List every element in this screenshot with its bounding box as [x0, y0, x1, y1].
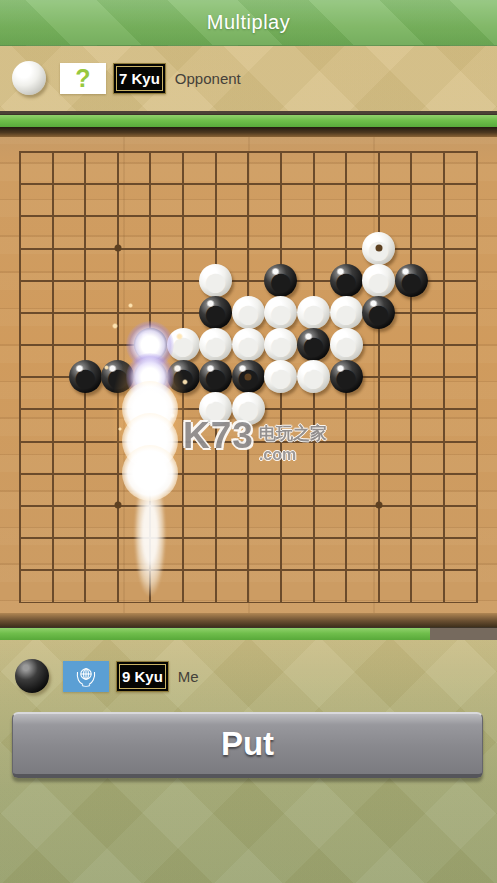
board-cell-5-12[interactable] — [167, 521, 200, 553]
question-mark-icon: ? — [75, 64, 90, 93]
white-stone: ● — [264, 296, 297, 329]
board-cell-2-8[interactable] — [69, 393, 102, 425]
board-cell-13-7[interactable] — [428, 361, 461, 393]
board-cell-14-14[interactable] — [460, 586, 493, 618]
board-cell-8-3[interactable] — [265, 232, 298, 264]
board-cell-3-4[interactable] — [102, 264, 135, 296]
board-cell-0-6[interactable] — [4, 328, 37, 360]
united-nations-flag-icon — [63, 661, 109, 692]
board-cell-1-2[interactable] — [36, 200, 69, 232]
board-cell-3-5[interactable] — [102, 296, 135, 328]
page-title: Multiplay — [207, 11, 290, 34]
board-cell-2-7[interactable]: ● — [69, 361, 102, 393]
board-cell-0-8[interactable] — [4, 393, 37, 425]
board-cell-11-9[interactable] — [362, 425, 395, 457]
board-cell-14-1[interactable] — [460, 168, 493, 200]
board-cell-14-13[interactable] — [460, 554, 493, 586]
board-cell-8-6[interactable]: ● — [265, 328, 298, 360]
board-cell-9-8[interactable] — [297, 393, 330, 425]
board-cell-13-14[interactable] — [428, 586, 461, 618]
title-bar: Multiplay — [0, 0, 497, 46]
board-cell-9-3[interactable] — [297, 232, 330, 264]
board-cell-1-4[interactable] — [36, 264, 69, 296]
board-cell-10-4[interactable]: ● — [330, 264, 363, 296]
board-cell-3-14[interactable] — [102, 586, 135, 618]
board-cell-14-3[interactable] — [460, 232, 493, 264]
black-stone: ● — [264, 264, 297, 297]
board-cell-9-5[interactable]: ● — [297, 296, 330, 328]
board-cell-8-7[interactable]: ● — [265, 361, 298, 393]
board-cell-6-13[interactable] — [199, 554, 232, 586]
board-cell-9-1[interactable] — [297, 168, 330, 200]
board-cell-0-0[interactable] — [4, 135, 37, 167]
board-cell-12-8[interactable] — [395, 393, 428, 425]
board-cell-4-1[interactable] — [134, 168, 167, 200]
board-cell-0-1[interactable] — [4, 168, 37, 200]
board-cell-8-11[interactable] — [265, 489, 298, 521]
white-stone: ● — [199, 264, 232, 297]
board-cell-13-11[interactable] — [428, 489, 461, 521]
board-cell-2-2[interactable] — [69, 200, 102, 232]
board-cell-3-2[interactable] — [102, 200, 135, 232]
board-cell-9-11[interactable] — [297, 489, 330, 521]
board-cell-0-3[interactable] — [4, 232, 37, 264]
board-cell-6-10[interactable] — [199, 457, 232, 489]
board-cell-12-6[interactable] — [395, 328, 428, 360]
board-cell-6-12[interactable] — [199, 521, 232, 553]
board-cell-10-2[interactable] — [330, 200, 363, 232]
black-stone: ● — [134, 457, 167, 490]
board-cell-12-4[interactable]: ● — [395, 264, 428, 296]
board-cell-5-1[interactable] — [167, 168, 200, 200]
board-cell-4-6[interactable]: ● — [134, 328, 167, 360]
board-cell-3-9[interactable] — [102, 425, 135, 457]
board-cell-10-11[interactable] — [330, 489, 363, 521]
board-cell-7-12[interactable] — [232, 521, 265, 553]
board-cell-1-9[interactable] — [36, 425, 69, 457]
board-cell-13-5[interactable] — [428, 296, 461, 328]
board-cell-4-8[interactable]: ● — [134, 393, 167, 425]
board-cell-14-8[interactable] — [460, 393, 493, 425]
board-cell-0-2[interactable] — [4, 200, 37, 232]
board-cell-8-8[interactable] — [265, 393, 298, 425]
board-cell-10-9[interactable] — [330, 425, 363, 457]
board-cell-3-1[interactable] — [102, 168, 135, 200]
board-cell-1-3[interactable] — [36, 232, 69, 264]
board-cell-8-14[interactable] — [265, 586, 298, 618]
board-cell-9-2[interactable] — [297, 200, 330, 232]
board-cell-5-3[interactable] — [167, 232, 200, 264]
board-cell-2-12[interactable] — [69, 521, 102, 553]
board-cell-2-5[interactable] — [69, 296, 102, 328]
board-cell-10-14[interactable] — [330, 586, 363, 618]
board-cell-7-2[interactable] — [232, 200, 265, 232]
board-cell-6-6[interactable]: ● — [199, 328, 232, 360]
star-point — [375, 502, 382, 509]
board-cell-13-3[interactable] — [428, 232, 461, 264]
board-cell-12-14[interactable] — [395, 586, 428, 618]
me-name: Me — [178, 668, 199, 685]
board-cell-11-1[interactable] — [362, 168, 395, 200]
board-cell-6-8[interactable]: ● — [199, 393, 232, 425]
board-cell-6-7[interactable]: ● — [199, 361, 232, 393]
board-cell-9-10[interactable] — [297, 457, 330, 489]
black-stone: ● — [330, 360, 363, 393]
board-cell-3-10[interactable] — [102, 457, 135, 489]
black-stone: ● — [330, 264, 363, 297]
board-cell-6-14[interactable] — [199, 586, 232, 618]
board-cell-14-12[interactable] — [460, 521, 493, 553]
board-cell-10-7[interactable]: ● — [330, 361, 363, 393]
board-cell-7-9[interactable] — [232, 425, 265, 457]
board-cell-10-10[interactable] — [330, 457, 363, 489]
board-cell-13-8[interactable] — [428, 393, 461, 425]
black-stone: ● — [167, 360, 200, 393]
board-cell-8-10[interactable] — [265, 457, 298, 489]
board-cell-13-1[interactable] — [428, 168, 461, 200]
board-cell-10-0[interactable] — [330, 135, 363, 167]
board-cell-8-4[interactable]: ● — [265, 264, 298, 296]
board-cell-3-7[interactable]: ● — [102, 361, 135, 393]
white-stone: ● — [232, 392, 265, 425]
board-cell-12-11[interactable] — [395, 489, 428, 521]
board-cell-7-4[interactable] — [232, 264, 265, 296]
white-stone: ● — [232, 328, 265, 361]
board-cell-4-5[interactable] — [134, 296, 167, 328]
gomoku-board: ●●●●●●●●●●●●●●●●●●●●●●●●●●●●●●●●● K73 电玩… — [0, 127, 497, 627]
white-stone: ● — [297, 296, 330, 329]
board-cell-3-0[interactable] — [102, 135, 135, 167]
board-cell-4-13[interactable] — [134, 554, 167, 586]
board-cell-5-10[interactable] — [167, 457, 200, 489]
board-cell-3-6[interactable] — [102, 328, 135, 360]
board-cell-4-7[interactable]: ● — [134, 361, 167, 393]
board-cell-0-12[interactable] — [4, 521, 37, 553]
board-cell-4-10[interactable]: ● — [134, 457, 167, 489]
white-stone: ● — [264, 360, 297, 393]
white-stone: ● — [297, 360, 330, 393]
board-cell-4-2[interactable] — [134, 200, 167, 232]
board-cell-14-7[interactable] — [460, 361, 493, 393]
board-cell-9-6[interactable]: ● — [297, 328, 330, 360]
board-cell-14-5[interactable] — [460, 296, 493, 328]
me-timer-fill — [0, 628, 430, 640]
opponent-row: ? 7 Kyu Opponent — [0, 45, 497, 111]
board-cell-10-3[interactable] — [330, 232, 363, 264]
board-cell-9-12[interactable] — [297, 521, 330, 553]
board-cell-1-0[interactable] — [36, 135, 69, 167]
board-cell-12-9[interactable] — [395, 425, 428, 457]
star-point — [114, 245, 121, 252]
board-cell-1-5[interactable] — [36, 296, 69, 328]
board-cell-6-9[interactable] — [199, 425, 232, 457]
board-cell-6-1[interactable] — [199, 168, 232, 200]
board-cell-7-14[interactable] — [232, 586, 265, 618]
board-cell-11-5[interactable]: ● — [362, 296, 395, 328]
board-cell-12-13[interactable] — [395, 554, 428, 586]
black-stone: ● — [134, 328, 167, 361]
board-cell-0-14[interactable] — [4, 586, 37, 618]
board-cell-3-13[interactable] — [102, 554, 135, 586]
board-cell-12-12[interactable] — [395, 521, 428, 553]
board-cell-5-14[interactable] — [167, 586, 200, 618]
board-cell-6-0[interactable] — [199, 135, 232, 167]
board-cell-12-3[interactable] — [395, 232, 428, 264]
black-stone: ● — [199, 296, 232, 329]
board-cell-8-2[interactable] — [265, 200, 298, 232]
board-cell-13-12[interactable] — [428, 521, 461, 553]
board-cell-11-6[interactable] — [362, 328, 395, 360]
board-cell-13-13[interactable] — [428, 554, 461, 586]
board-cell-12-0[interactable] — [395, 135, 428, 167]
black-stone: ● — [395, 264, 428, 297]
board-cell-1-11[interactable] — [36, 489, 69, 521]
star-point — [114, 502, 121, 509]
board-cell-10-8[interactable] — [330, 393, 363, 425]
board-cell-14-11[interactable] — [460, 489, 493, 521]
board-cell-9-9[interactable] — [297, 425, 330, 457]
board-cell-2-13[interactable] — [69, 554, 102, 586]
black-stone: ● — [199, 360, 232, 393]
board-cell-5-4[interactable] — [167, 264, 200, 296]
board-cell-1-14[interactable] — [36, 586, 69, 618]
board-cell-6-5[interactable]: ● — [199, 296, 232, 328]
me-stone-avatar — [15, 659, 49, 693]
board-cell-14-6[interactable] — [460, 328, 493, 360]
board-cell-4-12[interactable] — [134, 521, 167, 553]
black-stone: ● — [362, 296, 395, 329]
board-cell-9-4[interactable] — [297, 264, 330, 296]
board-cell-4-3[interactable] — [134, 232, 167, 264]
board-cell-5-13[interactable] — [167, 554, 200, 586]
board-cell-6-4[interactable]: ● — [199, 264, 232, 296]
board-cell-13-10[interactable] — [428, 457, 461, 489]
white-stone: ● — [362, 264, 395, 297]
opponent-name: Opponent — [175, 70, 241, 87]
board-cell-5-7[interactable]: ● — [167, 361, 200, 393]
white-stone: ● — [264, 328, 297, 361]
board-cell-4-4[interactable] — [134, 264, 167, 296]
board-cell-14-0[interactable] — [460, 135, 493, 167]
board-cell-14-9[interactable] — [460, 425, 493, 457]
board-cell-9-0[interactable] — [297, 135, 330, 167]
board-cell-10-12[interactable] — [330, 521, 363, 553]
board-cell-10-13[interactable] — [330, 554, 363, 586]
board-cell-2-3[interactable] — [69, 232, 102, 264]
board-cell-9-14[interactable] — [297, 586, 330, 618]
black-stone: ● — [69, 360, 102, 393]
board-cell-12-1[interactable] — [395, 168, 428, 200]
board-cell-7-0[interactable] — [232, 135, 265, 167]
board-cell-6-11[interactable] — [199, 489, 232, 521]
board-cell-0-4[interactable] — [4, 264, 37, 296]
board-cell-6-3[interactable] — [199, 232, 232, 264]
board-cell-1-7[interactable] — [36, 361, 69, 393]
board-cell-1-8[interactable] — [36, 393, 69, 425]
board-cell-4-14[interactable] — [134, 586, 167, 618]
board-cell-7-8[interactable]: ● — [232, 393, 265, 425]
board-cell-4-0[interactable] — [134, 135, 167, 167]
board-cell-4-11[interactable] — [134, 489, 167, 521]
board-cell-2-14[interactable] — [69, 586, 102, 618]
board-cell-5-6[interactable]: ● — [167, 328, 200, 360]
me-timer — [0, 627, 497, 640]
me-row: 9 Kyu Me — [0, 640, 497, 712]
board-cell-2-4[interactable] — [69, 264, 102, 296]
white-stone: ● — [232, 296, 265, 329]
board-cell-0-10[interactable] — [4, 457, 37, 489]
board-cell-2-9[interactable] — [69, 425, 102, 457]
board-cell-9-7[interactable]: ● — [297, 361, 330, 393]
board-cell-1-1[interactable] — [36, 168, 69, 200]
board-cell-0-5[interactable] — [4, 296, 37, 328]
board-cell-2-11[interactable] — [69, 489, 102, 521]
board-cell-7-11[interactable] — [232, 489, 265, 521]
board-cell-13-4[interactable] — [428, 264, 461, 296]
board-cell-11-8[interactable] — [362, 393, 395, 425]
board-cell-11-13[interactable] — [362, 554, 395, 586]
board-cell-12-10[interactable] — [395, 457, 428, 489]
board-cell-1-13[interactable] — [36, 554, 69, 586]
board-cell-0-9[interactable] — [4, 425, 37, 457]
board-cell-12-5[interactable] — [395, 296, 428, 328]
white-stone: ● — [167, 328, 200, 361]
board-cell-0-13[interactable] — [4, 554, 37, 586]
opponent-flag-unknown: ? — [60, 63, 106, 94]
board-cell-0-7[interactable] — [4, 361, 37, 393]
board-cell-7-10[interactable] — [232, 457, 265, 489]
board-cell-8-9[interactable] — [265, 425, 298, 457]
board-cell-0-11[interactable] — [4, 489, 37, 521]
board-cell-7-6[interactable]: ● — [232, 328, 265, 360]
board-cell-1-10[interactable] — [36, 457, 69, 489]
board-cell-12-2[interactable] — [395, 200, 428, 232]
board-cell-4-9[interactable]: ● — [134, 425, 167, 457]
board-cell-3-12[interactable] — [102, 521, 135, 553]
board-cell-8-5[interactable]: ● — [265, 296, 298, 328]
board-cell-7-1[interactable] — [232, 168, 265, 200]
black-stone: ● — [134, 425, 167, 458]
board-cell-5-9[interactable] — [167, 425, 200, 457]
board-cell-11-12[interactable] — [362, 521, 395, 553]
board-cell-2-6[interactable] — [69, 328, 102, 360]
board-cell-5-5[interactable] — [167, 296, 200, 328]
white-stone: ● — [330, 296, 363, 329]
board-cell-10-1[interactable] — [330, 168, 363, 200]
board-cell-1-6[interactable] — [36, 328, 69, 360]
board-cell-11-0[interactable] — [362, 135, 395, 167]
board-cell-11-2[interactable] — [362, 200, 395, 232]
board-cell-13-6[interactable] — [428, 328, 461, 360]
board-cell-12-7[interactable] — [395, 361, 428, 393]
black-stone: ● — [297, 328, 330, 361]
board-cell-2-1[interactable] — [69, 168, 102, 200]
board-cell-11-14[interactable] — [362, 586, 395, 618]
board-cell-14-2[interactable] — [460, 200, 493, 232]
board-cell-8-13[interactable] — [265, 554, 298, 586]
board-cell-2-0[interactable] — [69, 135, 102, 167]
board-cell-5-8[interactable] — [167, 393, 200, 425]
board-cell-10-6[interactable]: ● — [330, 328, 363, 360]
board-cell-2-10[interactable] — [69, 457, 102, 489]
star-point — [375, 245, 382, 252]
opponent-stone-avatar — [12, 61, 46, 95]
black-stone: ● — [101, 360, 134, 393]
board-cell-14-10[interactable] — [460, 457, 493, 489]
board-cell-14-4[interactable] — [460, 264, 493, 296]
white-stone: ● — [330, 328, 363, 361]
white-stone: ● — [199, 392, 232, 425]
board-cell-8-1[interactable] — [265, 168, 298, 200]
board-cell-11-7[interactable] — [362, 361, 395, 393]
board-cell-11-10[interactable] — [362, 457, 395, 489]
board-cell-1-12[interactable] — [36, 521, 69, 553]
board-cell-13-9[interactable] — [428, 425, 461, 457]
board-cell-10-5[interactable]: ● — [330, 296, 363, 328]
put-button[interactable]: Put — [12, 712, 483, 778]
board-cell-7-3[interactable] — [232, 232, 265, 264]
opponent-timer — [0, 114, 497, 127]
board-cell-9-13[interactable] — [297, 554, 330, 586]
board-cell-5-11[interactable] — [167, 489, 200, 521]
star-point — [245, 373, 252, 380]
black-stone: ● — [134, 360, 167, 393]
board-cell-13-2[interactable] — [428, 200, 461, 232]
board-cell-8-12[interactable] — [265, 521, 298, 553]
board-cell-5-2[interactable] — [167, 200, 200, 232]
board-cell-11-4[interactable]: ● — [362, 264, 395, 296]
opponent-timer-fill — [0, 115, 497, 127]
me-rank-badge: 9 Kyu — [116, 661, 169, 692]
board-cell-7-5[interactable]: ● — [232, 296, 265, 328]
board-cell-8-0[interactable] — [265, 135, 298, 167]
board-cell-3-8[interactable] — [102, 393, 135, 425]
opponent-rank-badge: 7 Kyu — [113, 63, 166, 94]
white-stone: ● — [199, 328, 232, 361]
board-cell-6-2[interactable] — [199, 200, 232, 232]
black-stone: ● — [134, 392, 167, 425]
board-cell-7-13[interactable] — [232, 554, 265, 586]
board-cell-13-0[interactable] — [428, 135, 461, 167]
board-cell-5-0[interactable] — [167, 135, 200, 167]
